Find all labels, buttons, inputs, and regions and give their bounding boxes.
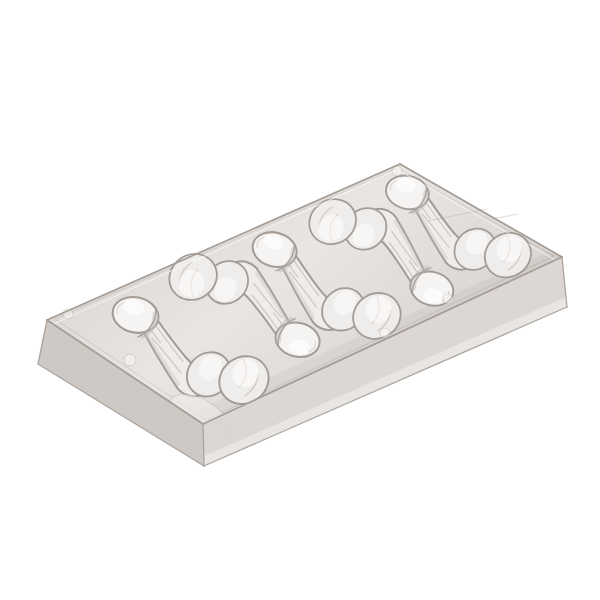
product-photo [0, 0, 600, 600]
mold-photo-canvas [0, 0, 600, 600]
alignment-dimple [124, 354, 136, 366]
mold-tray [38, 153, 567, 466]
alignment-dimple [380, 328, 390, 338]
alignment-dimple [443, 294, 453, 304]
